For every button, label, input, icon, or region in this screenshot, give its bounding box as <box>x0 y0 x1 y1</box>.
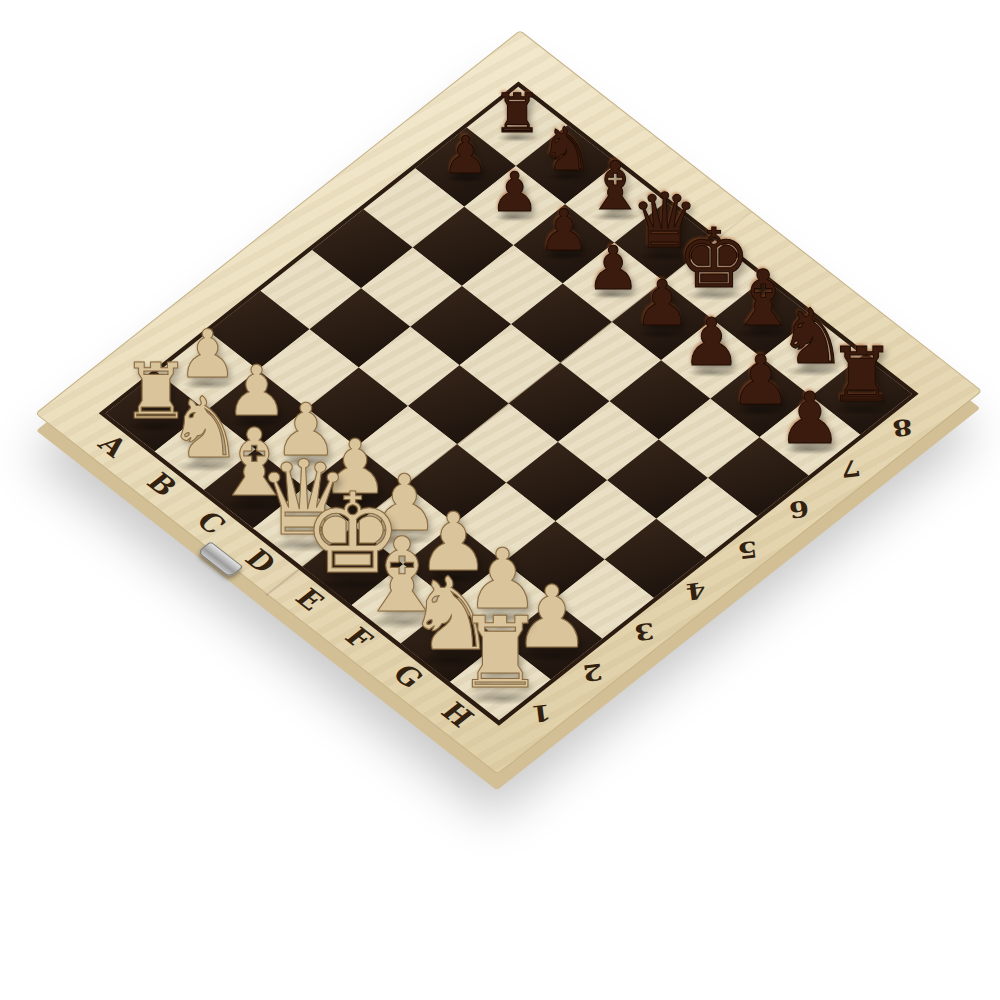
black-pawn-b7[interactable]: ♟ <box>490 165 539 220</box>
black-pawn-a7[interactable]: ♟ <box>442 129 488 181</box>
black-pawn-h7[interactable]: ♟ <box>778 382 842 453</box>
black-pawn-d7[interactable]: ♟ <box>586 238 640 298</box>
black-rook-a8[interactable]: ♜ <box>493 87 541 141</box>
chess-set-photo: ABCDEFGH 12345678 ♜♞♝♛♚♝♞♜♟♟♟♟♟♟♟♟♟♟♟♟♟♟… <box>0 0 1000 1000</box>
white-rook-h1[interactable]: ♜ <box>456 605 544 704</box>
black-pawn-c7[interactable]: ♟ <box>538 202 589 259</box>
